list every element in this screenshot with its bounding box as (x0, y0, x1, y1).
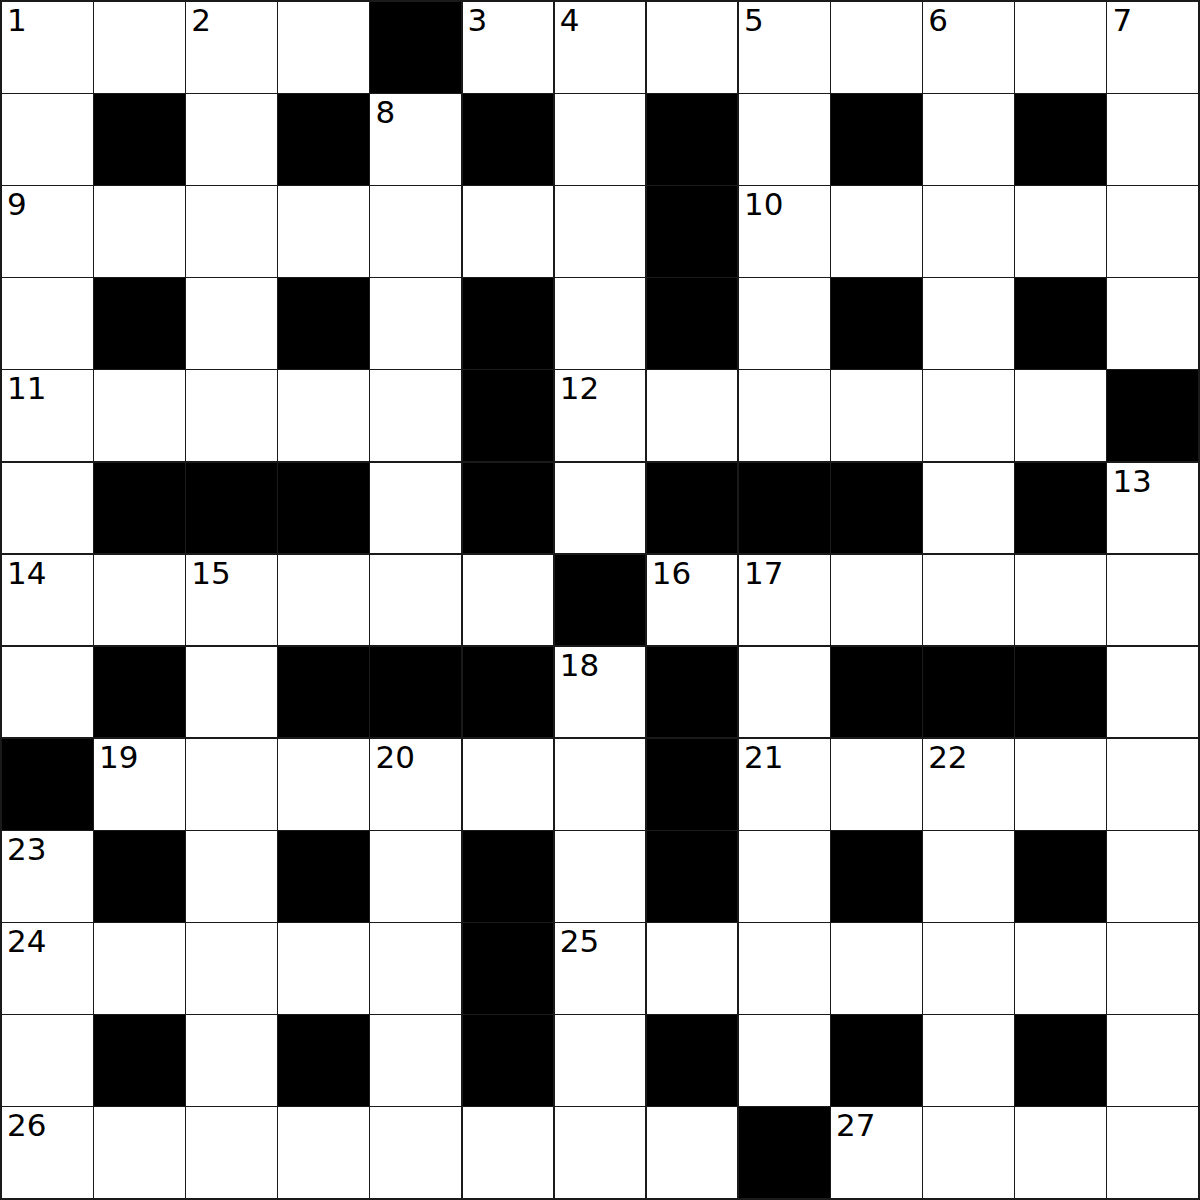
black-cell-r8c0 (2, 739, 93, 830)
black-cell-r3c9 (831, 278, 922, 369)
white-cell-r1c8[interactable] (739, 94, 830, 185)
white-cell-r1c2[interactable] (186, 94, 277, 185)
white-cell-r11c10[interactable] (923, 1015, 1014, 1106)
clue-number-9: 9 (7, 187, 27, 221)
black-cell-r5c11 (1015, 463, 1106, 554)
black-cell-r5c2 (186, 463, 277, 554)
white-cell-r6c12[interactable] (1107, 555, 1198, 646)
white-cell-r6c9[interactable] (831, 555, 922, 646)
black-cell-r7c7 (647, 647, 738, 738)
black-cell-r9c11 (1015, 831, 1106, 922)
white-cell-r2c6[interactable] (555, 186, 646, 277)
clue-number-11: 11 (7, 371, 46, 405)
white-cell-r11c4[interactable] (370, 1015, 461, 1106)
white-cell-r12c2[interactable] (186, 1107, 277, 1198)
black-cell-r1c11 (1015, 94, 1106, 185)
black-cell-r5c1 (94, 463, 185, 554)
black-cell-r7c10 (923, 647, 1014, 738)
black-cell-r11c9 (831, 1015, 922, 1106)
white-cell-r10c8[interactable] (739, 923, 830, 1014)
clue-number-8: 8 (375, 95, 395, 129)
white-cell-r7c0[interactable] (2, 647, 93, 738)
white-cell-r2c9[interactable] (831, 186, 922, 277)
white-cell-r4c9[interactable] (831, 370, 922, 461)
white-cell-r11c8[interactable] (739, 1015, 830, 1106)
clue-number-1: 1 (7, 3, 27, 37)
clue-number-20: 20 (375, 740, 414, 774)
black-cell-r1c9 (831, 94, 922, 185)
white-cell-r8c5[interactable] (463, 739, 554, 830)
black-cell-r3c1 (94, 278, 185, 369)
white-cell-r1c6[interactable] (555, 94, 646, 185)
white-cell-r0c10[interactable]: 6 (923, 2, 1014, 93)
white-cell-r8c8[interactable]: 21 (739, 739, 830, 830)
white-cell-r10c11[interactable] (1015, 923, 1106, 1014)
white-cell-r9c10[interactable] (923, 831, 1014, 922)
white-cell-r8c2[interactable] (186, 739, 277, 830)
black-cell-r6c6 (555, 555, 646, 646)
white-cell-r2c8[interactable]: 10 (739, 186, 830, 277)
clue-number-6: 6 (928, 3, 948, 37)
white-cell-r11c6[interactable] (555, 1015, 646, 1106)
white-cell-r4c2[interactable] (186, 370, 277, 461)
white-cell-r7c12[interactable] (1107, 647, 1198, 738)
white-cell-r1c10[interactable] (923, 94, 1014, 185)
black-cell-r9c5 (463, 831, 554, 922)
white-cell-r12c4[interactable] (370, 1107, 461, 1198)
clue-number-16: 16 (652, 556, 691, 590)
white-cell-r6c7[interactable]: 16 (647, 555, 738, 646)
white-cell-r9c6[interactable] (555, 831, 646, 922)
white-cell-r0c5[interactable]: 3 (463, 2, 554, 93)
crossword-board: 1234567891011121314151617181920212223242… (0, 0, 1200, 1200)
white-cell-r9c12[interactable] (1107, 831, 1198, 922)
white-cell-r8c10[interactable]: 22 (923, 739, 1014, 830)
black-cell-r0c4 (370, 2, 461, 93)
black-cell-r2c7 (647, 186, 738, 277)
black-cell-r3c11 (1015, 278, 1106, 369)
white-cell-r12c0[interactable]: 26 (2, 1107, 93, 1198)
black-cell-r5c7 (647, 463, 738, 554)
black-cell-r7c4 (370, 647, 461, 738)
white-cell-r10c6[interactable]: 25 (555, 923, 646, 1014)
white-cell-r2c4[interactable] (370, 186, 461, 277)
white-cell-r11c0[interactable] (2, 1015, 93, 1106)
white-cell-r3c10[interactable] (923, 278, 1014, 369)
white-cell-r0c6[interactable]: 4 (555, 2, 646, 93)
white-cell-r5c6[interactable] (555, 463, 646, 554)
white-cell-r5c12[interactable]: 13 (1107, 463, 1198, 554)
white-cell-r4c11[interactable] (1015, 370, 1106, 461)
white-cell-r3c4[interactable] (370, 278, 461, 369)
white-cell-r10c4[interactable] (370, 923, 461, 1014)
white-cell-r10c12[interactable] (1107, 923, 1198, 1014)
white-cell-r6c4[interactable] (370, 555, 461, 646)
white-cell-r7c2[interactable] (186, 647, 277, 738)
white-cell-r1c0[interactable] (2, 94, 93, 185)
white-cell-r11c12[interactable] (1107, 1015, 1198, 1106)
white-cell-r4c0[interactable]: 11 (2, 370, 93, 461)
white-cell-r4c7[interactable] (647, 370, 738, 461)
white-cell-r9c0[interactable]: 23 (2, 831, 93, 922)
black-cell-r1c3 (278, 94, 369, 185)
black-cell-r10c5 (463, 923, 554, 1014)
white-cell-r10c7[interactable] (647, 923, 738, 1014)
white-cell-r4c10[interactable] (923, 370, 1014, 461)
black-cell-r11c3 (278, 1015, 369, 1106)
white-cell-r4c3[interactable] (278, 370, 369, 461)
white-cell-r7c6[interactable]: 18 (555, 647, 646, 738)
black-cell-r12c8 (739, 1107, 830, 1198)
black-cell-r3c7 (647, 278, 738, 369)
black-cell-r7c5 (463, 647, 554, 738)
black-cell-r5c9 (831, 463, 922, 554)
white-cell-r2c0[interactable]: 9 (2, 186, 93, 277)
white-cell-r4c1[interactable] (94, 370, 185, 461)
clue-number-25: 25 (560, 924, 599, 958)
white-cell-r3c12[interactable] (1107, 278, 1198, 369)
white-cell-r0c8[interactable]: 5 (739, 2, 830, 93)
white-cell-r6c0[interactable]: 14 (2, 555, 93, 646)
clue-number-23: 23 (7, 832, 46, 866)
clue-number-15: 15 (191, 556, 230, 590)
clue-number-4: 4 (560, 3, 580, 37)
white-cell-r9c8[interactable] (739, 831, 830, 922)
black-cell-r11c7 (647, 1015, 738, 1106)
white-cell-r9c4[interactable] (370, 831, 461, 922)
white-cell-r2c5[interactable] (463, 186, 554, 277)
white-cell-r3c8[interactable] (739, 278, 830, 369)
clue-number-26: 26 (7, 1108, 46, 1142)
white-cell-r10c9[interactable] (831, 923, 922, 1014)
clue-number-2: 2 (191, 3, 211, 37)
black-cell-r7c1 (94, 647, 185, 738)
white-cell-r0c7[interactable] (647, 2, 738, 93)
white-cell-r0c11[interactable] (1015, 2, 1106, 93)
white-cell-r8c12[interactable] (1107, 739, 1198, 830)
white-cell-r10c0[interactable]: 24 (2, 923, 93, 1014)
white-cell-r0c0[interactable]: 1 (2, 2, 93, 93)
white-cell-r9c2[interactable] (186, 831, 277, 922)
white-cell-r7c8[interactable] (739, 647, 830, 738)
white-cell-r1c4[interactable]: 8 (370, 94, 461, 185)
black-cell-r8c7 (647, 739, 738, 830)
white-cell-r6c1[interactable] (94, 555, 185, 646)
white-cell-r6c11[interactable] (1015, 555, 1106, 646)
clue-number-3: 3 (468, 3, 488, 37)
white-cell-r3c6[interactable] (555, 278, 646, 369)
clue-number-22: 22 (928, 740, 967, 774)
white-cell-r4c6[interactable]: 12 (555, 370, 646, 461)
white-cell-r10c2[interactable] (186, 923, 277, 1014)
white-cell-r6c2[interactable]: 15 (186, 555, 277, 646)
black-cell-r5c8 (739, 463, 830, 554)
white-cell-r10c10[interactable] (923, 923, 1014, 1014)
clue-number-13: 13 (1112, 464, 1151, 498)
white-cell-r12c3[interactable] (278, 1107, 369, 1198)
white-cell-r5c0[interactable] (2, 463, 93, 554)
clue-number-14: 14 (7, 556, 46, 590)
white-cell-r6c5[interactable] (463, 555, 554, 646)
white-cell-r5c4[interactable] (370, 463, 461, 554)
white-cell-r1c12[interactable] (1107, 94, 1198, 185)
clue-number-21: 21 (744, 740, 783, 774)
clue-number-17: 17 (744, 556, 783, 590)
black-cell-r3c3 (278, 278, 369, 369)
black-cell-r9c9 (831, 831, 922, 922)
crossword-grid: 1234567891011121314151617181920212223242… (0, 0, 1200, 1200)
white-cell-r2c1[interactable] (94, 186, 185, 277)
white-cell-r2c3[interactable] (278, 186, 369, 277)
white-cell-r4c4[interactable] (370, 370, 461, 461)
black-cell-r1c5 (463, 94, 554, 185)
white-cell-r0c12[interactable]: 7 (1107, 2, 1198, 93)
black-cell-r4c5 (463, 370, 554, 461)
white-cell-r5c10[interactable] (923, 463, 1014, 554)
black-cell-r9c3 (278, 831, 369, 922)
black-cell-r5c3 (278, 463, 369, 554)
white-cell-r10c1[interactable] (94, 923, 185, 1014)
white-cell-r0c2[interactable]: 2 (186, 2, 277, 93)
white-cell-r12c5[interactable] (463, 1107, 554, 1198)
white-cell-r8c1[interactable]: 19 (94, 739, 185, 830)
white-cell-r2c2[interactable] (186, 186, 277, 277)
black-cell-r1c7 (647, 94, 738, 185)
white-cell-r12c11[interactable] (1015, 1107, 1106, 1198)
white-cell-r8c4[interactable]: 20 (370, 739, 461, 830)
white-cell-r12c1[interactable] (94, 1107, 185, 1198)
white-cell-r11c2[interactable] (186, 1015, 277, 1106)
black-cell-r3c5 (463, 278, 554, 369)
clue-number-24: 24 (7, 924, 46, 958)
clue-number-10: 10 (744, 187, 783, 221)
white-cell-r0c9[interactable] (831, 2, 922, 93)
white-cell-r0c3[interactable] (278, 2, 369, 93)
black-cell-r1c1 (94, 94, 185, 185)
white-cell-r12c6[interactable] (555, 1107, 646, 1198)
white-cell-r3c0[interactable] (2, 278, 93, 369)
white-cell-r2c12[interactable] (1107, 186, 1198, 277)
white-cell-r2c11[interactable] (1015, 186, 1106, 277)
white-cell-r10c3[interactable] (278, 923, 369, 1014)
black-cell-r5c5 (463, 463, 554, 554)
black-cell-r7c3 (278, 647, 369, 738)
black-cell-r9c7 (647, 831, 738, 922)
white-cell-r0c1[interactable] (94, 2, 185, 93)
black-cell-r11c5 (463, 1015, 554, 1106)
white-cell-r8c3[interactable] (278, 739, 369, 830)
white-cell-r6c3[interactable] (278, 555, 369, 646)
white-cell-r3c2[interactable] (186, 278, 277, 369)
black-cell-r4c12 (1107, 370, 1198, 461)
clue-number-19: 19 (99, 740, 138, 774)
white-cell-r12c10[interactable] (923, 1107, 1014, 1198)
white-cell-r12c7[interactable] (647, 1107, 738, 1198)
clue-number-12: 12 (560, 371, 599, 405)
white-cell-r4c8[interactable] (739, 370, 830, 461)
black-cell-r11c11 (1015, 1015, 1106, 1106)
clue-number-7: 7 (1112, 3, 1132, 37)
clue-number-27: 27 (836, 1108, 875, 1142)
white-cell-r6c10[interactable] (923, 555, 1014, 646)
clue-number-5: 5 (744, 3, 764, 37)
white-cell-r8c9[interactable] (831, 739, 922, 830)
white-cell-r12c9[interactable]: 27 (831, 1107, 922, 1198)
white-cell-r6c8[interactable]: 17 (739, 555, 830, 646)
black-cell-r11c1 (94, 1015, 185, 1106)
clue-number-18: 18 (560, 648, 599, 682)
black-cell-r9c1 (94, 831, 185, 922)
black-cell-r7c11 (1015, 647, 1106, 738)
white-cell-r2c10[interactable] (923, 186, 1014, 277)
white-cell-r12c12[interactable] (1107, 1107, 1198, 1198)
white-cell-r8c6[interactable] (555, 739, 646, 830)
black-cell-r7c9 (831, 647, 922, 738)
white-cell-r8c11[interactable] (1015, 739, 1106, 830)
